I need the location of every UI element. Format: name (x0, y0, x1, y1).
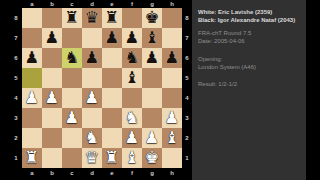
square-b7[interactable]: ♟ (42, 28, 62, 48)
black-pawn[interactable]: ♟ (22, 48, 42, 68)
square-b3[interactable] (42, 108, 62, 128)
square-f5[interactable]: ♝ (122, 68, 142, 88)
white-pawn[interactable]: ♟ (22, 88, 42, 108)
file-label-bottom-c: c (62, 169, 82, 177)
rank-label-right-3: 3 (182, 108, 192, 128)
file-label-top-h: h (162, 0, 182, 8)
black-pawn[interactable]: ♟ (162, 48, 182, 68)
white-pawn[interactable]: ♟ (162, 108, 182, 128)
file-label-bottom-a: a (22, 169, 42, 177)
square-c7[interactable] (62, 28, 82, 48)
date-line: Date: 2005-04-06 (198, 37, 302, 45)
square-d8[interactable]: ♛ (82, 8, 102, 28)
white-pawn[interactable]: ♟ (82, 88, 102, 108)
square-b6[interactable] (42, 48, 62, 68)
event-line: FRA-chT Round 7.5 (198, 29, 302, 37)
square-g8[interactable]: ♚ (142, 8, 162, 28)
square-a2[interactable] (22, 128, 42, 148)
rank-label-right-4: 4 (182, 88, 192, 108)
square-h2[interactable]: ♝ (162, 128, 182, 148)
square-f2[interactable]: ♟ (122, 128, 142, 148)
chess-diagram: ♜♛♜♚♟♟♟♝♟♞♟♞♟♟♝♟♟♟♟♞♟♞♟♟♝♜♛♜♝♚ aabbccdde… (0, 0, 192, 180)
square-b1[interactable] (42, 148, 62, 168)
white-bishop[interactable]: ♝ (162, 128, 182, 148)
square-c4[interactable] (62, 88, 82, 108)
black-bishop[interactable]: ♝ (142, 28, 162, 48)
rank-label-right-1: 1 (182, 148, 192, 168)
rank-label-right-5: 5 (182, 68, 192, 88)
square-e7[interactable]: ♟ (102, 28, 122, 48)
square-d7[interactable] (82, 28, 102, 48)
square-a1[interactable]: ♜ (22, 148, 42, 168)
white-pawn[interactable]: ♟ (62, 108, 82, 128)
square-e1[interactable]: ♜ (102, 148, 122, 168)
square-f3[interactable]: ♞ (122, 108, 142, 128)
file-label-top-a: a (22, 0, 42, 8)
file-label-bottom-e: e (102, 169, 122, 177)
file-label-top-g: g (142, 0, 162, 8)
black-rook[interactable]: ♜ (102, 8, 122, 28)
result-line: Result: 1/2-1/2 (198, 80, 302, 88)
black-knight[interactable]: ♞ (122, 48, 142, 68)
black-pawn[interactable]: ♟ (42, 28, 62, 48)
square-e5[interactable] (102, 68, 122, 88)
black-pawn[interactable]: ♟ (122, 28, 142, 48)
square-f1[interactable]: ♝ (122, 148, 142, 168)
square-e6[interactable] (102, 48, 122, 68)
square-h1[interactable] (162, 148, 182, 168)
black-pawn[interactable]: ♟ (102, 28, 122, 48)
square-d3[interactable] (82, 108, 102, 128)
black-king[interactable]: ♚ (142, 8, 162, 28)
file-label-top-e: e (102, 0, 122, 8)
square-a6[interactable]: ♟ (22, 48, 42, 68)
square-f4[interactable] (122, 88, 142, 108)
square-g6[interactable]: ♟ (142, 48, 162, 68)
square-g2[interactable]: ♟ (142, 128, 162, 148)
chess-board[interactable]: ♜♛♜♚♟♟♟♝♟♞♟♞♟♟♝♟♟♟♟♞♟♞♟♟♝♜♛♜♝♚ (22, 8, 182, 168)
rank-label-right-6: 6 (182, 48, 192, 68)
white-pawn[interactable]: ♟ (122, 128, 142, 148)
rank-label-right-7: 7 (182, 28, 192, 48)
square-c6[interactable]: ♞ (62, 48, 82, 68)
square-g5[interactable] (142, 68, 162, 88)
black-rook[interactable]: ♜ (62, 8, 82, 28)
file-label-bottom-h: h (162, 169, 182, 177)
file-label-bottom-f: f (122, 169, 142, 177)
square-h6[interactable]: ♟ (162, 48, 182, 68)
rank-label-left-8: 8 (11, 8, 21, 28)
square-g4[interactable] (142, 88, 162, 108)
square-e2[interactable] (102, 128, 122, 148)
file-label-top-f: f (122, 0, 142, 8)
square-g7[interactable]: ♝ (142, 28, 162, 48)
opening-label: Opening: (198, 55, 302, 63)
rank-label-left-3: 3 (11, 108, 21, 128)
square-c5[interactable] (62, 68, 82, 88)
square-d2[interactable]: ♞ (82, 128, 102, 148)
white-player-line: White: Eric Lavishe (2359) (198, 8, 302, 16)
square-a7[interactable] (22, 28, 42, 48)
square-d1[interactable]: ♛ (82, 148, 102, 168)
square-f8[interactable] (122, 8, 142, 28)
file-label-bottom-b: b (42, 169, 62, 177)
rank-label-right-2: 2 (182, 128, 192, 148)
square-a8[interactable] (22, 8, 42, 28)
square-f7[interactable]: ♟ (122, 28, 142, 48)
rank-label-right-8: 8 (182, 8, 192, 28)
square-b5[interactable] (42, 68, 62, 88)
rank-label-left-5: 5 (11, 68, 21, 88)
square-e8[interactable]: ♜ (102, 8, 122, 28)
square-h8[interactable] (162, 8, 182, 28)
opening-value: London System (A46) (198, 63, 302, 71)
rank-label-left-4: 4 (11, 88, 21, 108)
square-c8[interactable]: ♜ (62, 8, 82, 28)
square-c3[interactable]: ♟ (62, 108, 82, 128)
square-a5[interactable] (22, 68, 42, 88)
square-e3[interactable] (102, 108, 122, 128)
square-d4[interactable]: ♟ (82, 88, 102, 108)
square-b8[interactable] (42, 8, 62, 28)
white-queen[interactable]: ♛ (82, 148, 102, 168)
black-pawn[interactable]: ♟ (82, 48, 102, 68)
file-label-top-d: d (82, 0, 102, 8)
square-h5[interactable] (162, 68, 182, 88)
square-e4[interactable] (102, 88, 122, 108)
square-f6[interactable]: ♞ (122, 48, 142, 68)
white-bishop[interactable]: ♝ (122, 148, 142, 168)
square-c1[interactable] (62, 148, 82, 168)
white-pawn[interactable]: ♟ (42, 88, 62, 108)
info-panel: White: Eric Lavishe (2359) Black: Igor A… (192, 0, 306, 180)
black-player-line: Black: Igor Alexandre Nataf (2043) (198, 16, 302, 24)
rank-label-left-6: 6 (11, 48, 21, 68)
black-queen[interactable]: ♛ (82, 8, 102, 28)
file-label-bottom-d: d (82, 169, 102, 177)
rank-label-left-1: 1 (11, 148, 21, 168)
white-knight[interactable]: ♞ (82, 128, 102, 148)
square-h7[interactable] (162, 28, 182, 48)
square-b2[interactable] (42, 128, 62, 148)
file-label-top-c: c (62, 0, 82, 8)
white-knight[interactable]: ♞ (122, 108, 142, 128)
square-h4[interactable] (162, 88, 182, 108)
file-label-bottom-g: g (142, 169, 162, 177)
black-bishop[interactable]: ♝ (122, 68, 142, 88)
square-h3[interactable]: ♟ (162, 108, 182, 128)
square-g3[interactable] (142, 108, 162, 128)
rank-label-left-7: 7 (11, 28, 21, 48)
square-d6[interactable]: ♟ (82, 48, 102, 68)
white-rook[interactable]: ♜ (22, 148, 42, 168)
rank-label-left-2: 2 (11, 128, 21, 148)
square-a3[interactable] (22, 108, 42, 128)
white-rook[interactable]: ♜ (102, 148, 122, 168)
square-d5[interactable] (82, 68, 102, 88)
file-label-top-b: b (42, 0, 62, 8)
square-b4[interactable]: ♟ (42, 88, 62, 108)
black-pawn[interactable]: ♟ (142, 48, 162, 68)
white-pawn[interactable]: ♟ (142, 128, 162, 148)
square-a4[interactable]: ♟ (22, 88, 42, 108)
square-g1[interactable]: ♚ (142, 148, 162, 168)
white-king[interactable]: ♚ (142, 148, 162, 168)
black-knight[interactable]: ♞ (62, 48, 82, 68)
square-c2[interactable] (62, 128, 82, 148)
